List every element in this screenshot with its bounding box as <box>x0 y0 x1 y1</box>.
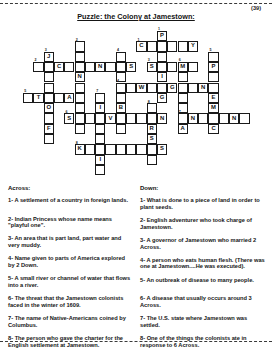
clue-item: 3- An area that is part land, part water… <box>8 235 132 249</box>
cell-letter: R <box>150 126 154 132</box>
grid-cell[interactable] <box>188 83 198 93</box>
top-dashed-divider <box>0 3 272 4</box>
grid-cell[interactable] <box>167 41 177 51</box>
cell-letter: P <box>160 33 164 39</box>
grid-cell[interactable]: A <box>64 93 74 103</box>
grid-cell[interactable] <box>208 83 218 93</box>
grid-cell[interactable]: 5 <box>208 52 218 62</box>
grid-cell[interactable] <box>198 113 208 123</box>
grid-cell[interactable]: P <box>208 62 218 72</box>
clue-item: 4- A person who eats human flesh. (There… <box>140 257 266 271</box>
grid-cell[interactable] <box>178 72 188 82</box>
down-header: Down: <box>140 185 266 191</box>
grid-cell[interactable]: M <box>208 103 218 113</box>
grid-cell[interactable] <box>126 113 136 123</box>
cell-letter: I <box>161 74 163 80</box>
grid-cell[interactable]: 2 <box>75 41 85 51</box>
grid-cell[interactable] <box>188 62 198 72</box>
cell-letter: V <box>109 116 113 122</box>
grid-cell[interactable] <box>136 113 146 123</box>
bottom-dashed-divider <box>0 341 272 342</box>
grid-cell[interactable] <box>44 62 54 72</box>
cell-letter: N <box>98 64 102 70</box>
cell-letter: S <box>150 136 154 142</box>
grid-cell[interactable] <box>157 52 167 62</box>
grid-cell[interactable]: 7 <box>178 113 188 123</box>
grid-cell[interactable]: N <box>188 113 198 123</box>
grid-cell[interactable] <box>219 113 229 123</box>
grid-cell[interactable]: N <box>229 113 239 123</box>
grid-cell[interactable] <box>85 144 95 154</box>
cell-letter: G <box>170 85 175 91</box>
cell-letter: T <box>37 95 41 101</box>
cell-number: 6 <box>65 111 67 115</box>
grid-cell[interactable]: I <box>157 72 167 82</box>
grid-cell[interactable]: F <box>44 124 54 134</box>
grid-cell[interactable]: 8 <box>147 103 157 113</box>
grid-cell[interactable] <box>75 93 85 103</box>
cell-letter: S <box>129 64 133 70</box>
grid-cell[interactable]: A <box>178 124 188 134</box>
grid-cell[interactable] <box>157 41 167 51</box>
cell-letter: M <box>180 64 185 70</box>
grid-cell[interactable]: 4 <box>116 52 126 62</box>
cell-letter: I <box>99 157 101 163</box>
grid-cell[interactable] <box>75 62 85 72</box>
across-header: Across: <box>8 185 132 191</box>
cell-letter: C <box>139 43 143 49</box>
grid-cell[interactable] <box>75 103 85 113</box>
grid-cell[interactable] <box>44 72 54 82</box>
grid-cell[interactable] <box>208 72 218 82</box>
grid-cell[interactable] <box>147 41 157 51</box>
cell-number: 3 <box>148 59 150 63</box>
grid-cell[interactable]: O <box>44 103 54 113</box>
grid-cell[interactable] <box>178 83 188 93</box>
cell-number: 3 <box>45 49 47 53</box>
grid-cell[interactable]: 1P <box>157 31 167 41</box>
cell-letter: F <box>47 126 51 132</box>
cell-letter: O <box>46 105 51 111</box>
grid-cell[interactable] <box>116 62 126 72</box>
grid-cell[interactable] <box>147 113 157 123</box>
clue-item: 2- Indian Princess whose name means "pla… <box>8 216 132 230</box>
grid-cell[interactable] <box>75 124 85 134</box>
grid-cell[interactable] <box>239 113 249 123</box>
grid-cell[interactable]: 4 <box>116 83 126 93</box>
grid-cell[interactable] <box>157 83 167 93</box>
grid-cell[interactable] <box>178 93 188 103</box>
grid-cell[interactable] <box>178 41 188 51</box>
clue-item: 2- English adventurer who took charge of… <box>140 217 266 231</box>
grid-cell[interactable] <box>116 144 126 154</box>
clue-item: 1- A settlement of a country in foreign … <box>8 197 132 209</box>
cell-number: 6 <box>179 59 181 63</box>
grid-cell[interactable] <box>105 144 115 154</box>
cell-letter: I <box>99 105 101 111</box>
grid-cell[interactable] <box>126 83 136 93</box>
grid-cell[interactable] <box>95 113 105 123</box>
grid-cell[interactable] <box>75 52 85 62</box>
grid-cell[interactable]: 3J <box>44 52 54 62</box>
grid-cell[interactable]: 8K <box>75 144 85 154</box>
grid-cell[interactable] <box>147 83 157 93</box>
cell-letter: C <box>211 126 215 132</box>
cell-letter: N <box>201 85 205 91</box>
cell-letter: A <box>181 126 185 132</box>
grid-cell[interactable]: 6M <box>178 62 188 72</box>
crossword-grid: 1P21CY3J452CNS3S6MPNI4WGN5TA7GEOIB8M6SVN… <box>23 31 250 176</box>
clue-item: 5- An outbreak of disease to many people… <box>140 277 266 289</box>
grid-cell[interactable] <box>85 113 95 123</box>
cell-number: 4 <box>117 49 119 53</box>
grid-cell[interactable] <box>44 113 54 123</box>
cell-number: 1 <box>137 39 139 43</box>
cell-letter: Y <box>191 43 195 49</box>
page-number: (39) <box>251 5 261 11</box>
grid-cell[interactable]: G <box>167 83 177 93</box>
grid-cell[interactable] <box>136 144 146 154</box>
grid-cell[interactable]: B <box>116 103 126 113</box>
cell-number: 8 <box>148 101 150 105</box>
grid-cell[interactable] <box>116 93 126 103</box>
cell-letter: G <box>160 95 165 101</box>
grid-cell[interactable] <box>75 113 85 123</box>
cell-letter: S <box>150 64 154 70</box>
across-clue-list: 1- A settlement of a country in foreign … <box>8 197 132 349</box>
grid-cell[interactable] <box>44 83 54 93</box>
cell-letter: C <box>57 64 61 70</box>
cell-letter: N <box>191 116 195 122</box>
cell-letter: K <box>78 146 82 152</box>
cell-number: 8 <box>76 142 78 146</box>
grid-cell[interactable] <box>44 93 54 103</box>
grid-cell[interactable]: S <box>157 144 167 154</box>
grid-cell[interactable]: 1C <box>136 41 146 51</box>
grid-cell[interactable] <box>147 155 157 165</box>
cell-letter: N <box>232 116 236 122</box>
grid-cell[interactable]: R <box>147 124 157 134</box>
grid-cell[interactable] <box>105 62 115 72</box>
grid-cell[interactable] <box>95 144 105 154</box>
grid-cell[interactable] <box>54 93 64 103</box>
grid-cell[interactable]: C <box>208 124 218 134</box>
grid-cell[interactable]: W <box>136 83 146 93</box>
cell-letter: A <box>67 95 71 101</box>
grid-cell[interactable]: N <box>157 113 167 123</box>
grid-cell[interactable] <box>85 62 95 72</box>
cell-number: 2 <box>76 39 78 43</box>
cell-letter: N <box>160 116 164 122</box>
grid-cell[interactable]: T <box>33 93 43 103</box>
grid-cell[interactable]: N <box>198 83 208 93</box>
grid-cell[interactable]: G <box>157 93 167 103</box>
cell-number: 5 <box>24 90 26 94</box>
grid-cell[interactable]: I <box>95 155 105 165</box>
cell-letter: M <box>211 105 216 111</box>
grid-cell[interactable]: 2 <box>33 62 43 72</box>
cell-number: 5 <box>210 49 212 53</box>
grid-cell[interactable]: E <box>208 93 218 103</box>
grid-cell[interactable]: I <box>95 103 105 113</box>
grid-cell[interactable]: S <box>126 62 136 72</box>
grid-cell[interactable]: 7 <box>95 93 105 103</box>
clue-item: 6- A disease that usually occurs around … <box>140 295 266 309</box>
grid-cell[interactable]: N <box>95 62 105 72</box>
grid-cell[interactable]: C <box>54 62 64 72</box>
grid-cell[interactable]: 6S <box>64 113 74 123</box>
grid-cell[interactable] <box>75 83 85 93</box>
grid-cell[interactable] <box>157 62 167 72</box>
grid-cell[interactable] <box>147 144 157 154</box>
grid-cell[interactable]: V <box>105 113 115 123</box>
cell-number: 1 <box>158 28 160 32</box>
grid-cell[interactable] <box>208 113 218 123</box>
cell-letter: S <box>67 116 71 122</box>
clue-item: 7- The name of Native-Americans coined b… <box>8 315 132 329</box>
clue-item: 7- The U.S. state where Jamestown was se… <box>140 315 266 329</box>
grid-cell[interactable]: N <box>75 72 85 82</box>
grid-cell[interactable] <box>116 124 126 134</box>
cell-letter: E <box>212 95 216 101</box>
page-title: Puzzle: the Colony at Jamestown: <box>0 12 272 21</box>
grid-cell[interactable]: 5 <box>23 93 33 103</box>
grid-cell[interactable] <box>116 113 126 123</box>
grid-cell[interactable] <box>44 134 54 144</box>
cell-number: 7 <box>96 90 98 94</box>
grid-cell[interactable]: S <box>147 134 157 144</box>
cell-number: 2 <box>34 59 36 63</box>
cell-number: 7 <box>179 111 181 115</box>
cell-letter: P <box>212 64 216 70</box>
down-clues-section: Down: 1- What is done to a piece of land… <box>140 185 266 350</box>
across-clues-section: Across: 1- A settlement of a country in … <box>8 185 132 350</box>
grid-cell[interactable] <box>167 62 177 72</box>
grid-cell[interactable] <box>95 134 105 144</box>
down-clue-list: 1- What is done to a piece of land in or… <box>140 197 266 349</box>
clue-item: 3- A governor of Jamestown who married 2… <box>140 237 266 251</box>
grid-cell[interactable] <box>95 124 105 134</box>
clue-item: 5- A small river or channel of water tha… <box>8 275 132 289</box>
cell-letter: B <box>119 105 123 111</box>
grid-cell[interactable] <box>64 62 74 72</box>
clue-item: 1- What is done to a piece of land in or… <box>140 197 266 211</box>
grid-cell[interactable]: 3S <box>147 62 157 72</box>
clue-item: 6- The threat that the Jamestown colonis… <box>8 295 132 309</box>
cell-letter: J <box>47 54 50 60</box>
cell-letter: S <box>160 146 164 152</box>
grid-cell[interactable] <box>95 165 105 175</box>
cell-letter: W <box>139 85 145 91</box>
grid-cell[interactable] <box>126 144 136 154</box>
clue-item: 4- Name given to parts of America explor… <box>8 255 132 269</box>
cell-number: 4 <box>117 80 119 84</box>
grid-cell[interactable]: Y <box>188 41 198 51</box>
cell-letter: N <box>78 74 82 80</box>
worksheet-page: (39) Puzzle: the Colony at Jamestown: 1P… <box>0 0 272 350</box>
